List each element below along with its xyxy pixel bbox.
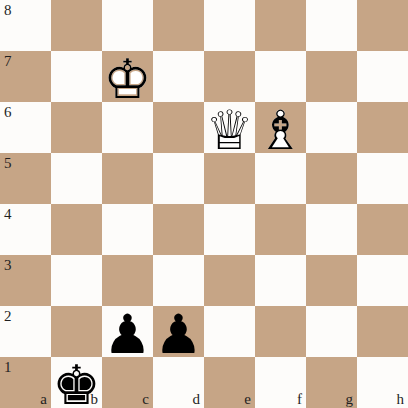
- square-a7[interactable]: [0, 51, 51, 102]
- square-g7[interactable]: [306, 51, 357, 102]
- square-f4[interactable]: [255, 204, 306, 255]
- square-e1[interactable]: [204, 357, 255, 408]
- square-c1[interactable]: [102, 357, 153, 408]
- square-h4[interactable]: [357, 204, 408, 255]
- black-pawn-piece[interactable]: ♟: [102, 311, 153, 359]
- square-c7[interactable]: ♚♔: [102, 51, 153, 102]
- square-d2[interactable]: ♟: [153, 306, 204, 357]
- square-g4[interactable]: [306, 204, 357, 255]
- square-d7[interactable]: [153, 51, 204, 102]
- square-e6[interactable]: ♛♕: [204, 102, 255, 153]
- square-e8[interactable]: [204, 0, 255, 51]
- square-a3[interactable]: [0, 255, 51, 306]
- square-c8[interactable]: [102, 0, 153, 51]
- square-h5[interactable]: [357, 153, 408, 204]
- square-h8[interactable]: [357, 0, 408, 51]
- square-h7[interactable]: [357, 51, 408, 102]
- square-c5[interactable]: [102, 153, 153, 204]
- square-b1[interactable]: ♚: [51, 357, 102, 408]
- white-king-piece[interactable]: ♔: [102, 56, 153, 104]
- square-g2[interactable]: [306, 306, 357, 357]
- square-a6[interactable]: [0, 102, 51, 153]
- square-d4[interactable]: [153, 204, 204, 255]
- square-a5[interactable]: [0, 153, 51, 204]
- chessboard: ♚♔♛♕♝♗♟♟♚ 87654321abcdefgh: [0, 0, 408, 408]
- square-h2[interactable]: [357, 306, 408, 357]
- square-e5[interactable]: [204, 153, 255, 204]
- black-king-piece[interactable]: ♚: [51, 362, 102, 408]
- square-f6[interactable]: ♝♗: [255, 102, 306, 153]
- square-b2[interactable]: [51, 306, 102, 357]
- square-b5[interactable]: [51, 153, 102, 204]
- square-g5[interactable]: [306, 153, 357, 204]
- square-e7[interactable]: [204, 51, 255, 102]
- square-c4[interactable]: [102, 204, 153, 255]
- square-a8[interactable]: [0, 0, 51, 51]
- square-h1[interactable]: [357, 357, 408, 408]
- white-bishop-piece[interactable]: ♗: [255, 107, 306, 155]
- square-e4[interactable]: [204, 204, 255, 255]
- square-f1[interactable]: [255, 357, 306, 408]
- square-c3[interactable]: [102, 255, 153, 306]
- board-squares: ♚♔♛♕♝♗♟♟♚: [0, 0, 408, 408]
- square-h6[interactable]: [357, 102, 408, 153]
- square-f7[interactable]: [255, 51, 306, 102]
- square-f3[interactable]: [255, 255, 306, 306]
- square-h3[interactable]: [357, 255, 408, 306]
- square-f5[interactable]: [255, 153, 306, 204]
- square-g8[interactable]: [306, 0, 357, 51]
- square-d5[interactable]: [153, 153, 204, 204]
- square-b6[interactable]: [51, 102, 102, 153]
- square-g6[interactable]: [306, 102, 357, 153]
- square-f8[interactable]: [255, 0, 306, 51]
- square-b8[interactable]: [51, 0, 102, 51]
- square-d6[interactable]: [153, 102, 204, 153]
- square-c6[interactable]: [102, 102, 153, 153]
- square-g3[interactable]: [306, 255, 357, 306]
- square-a4[interactable]: [0, 204, 51, 255]
- square-b4[interactable]: [51, 204, 102, 255]
- square-a1[interactable]: [0, 357, 51, 408]
- white-queen-piece[interactable]: ♕: [204, 107, 255, 155]
- square-b7[interactable]: [51, 51, 102, 102]
- square-d3[interactable]: [153, 255, 204, 306]
- square-e3[interactable]: [204, 255, 255, 306]
- square-a2[interactable]: [0, 306, 51, 357]
- square-d1[interactable]: [153, 357, 204, 408]
- square-e2[interactable]: [204, 306, 255, 357]
- square-c2[interactable]: ♟: [102, 306, 153, 357]
- square-d8[interactable]: [153, 0, 204, 51]
- square-f2[interactable]: [255, 306, 306, 357]
- square-g1[interactable]: [306, 357, 357, 408]
- black-pawn-piece[interactable]: ♟: [153, 311, 204, 359]
- square-b3[interactable]: [51, 255, 102, 306]
